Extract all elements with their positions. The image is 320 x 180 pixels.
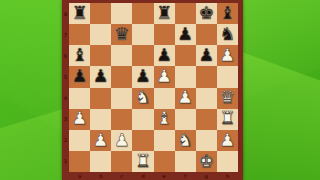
square-h7[interactable]: ♞ <box>217 24 238 45</box>
square-e7[interactable] <box>154 24 175 45</box>
white-pawn-e5[interactable]: ♟ <box>156 68 172 86</box>
white-pawn-a3[interactable]: ♟ <box>72 110 88 128</box>
rank-label-5: 5 <box>62 66 69 87</box>
square-b3[interactable] <box>90 109 111 130</box>
square-a5[interactable]: ♟ <box>69 66 90 87</box>
file-label-c: c <box>111 172 132 180</box>
file-label-d: d <box>132 172 153 180</box>
white-rook-h3[interactable]: ♜ <box>220 110 236 128</box>
square-a8[interactable]: ♜ <box>69 3 90 24</box>
rank-label-7: 7 <box>62 24 69 45</box>
square-g1[interactable]: ♚ <box>196 151 217 172</box>
square-c4[interactable] <box>111 88 132 109</box>
square-b5[interactable]: ♟ <box>90 66 111 87</box>
square-h4[interactable]: ♛ <box>217 88 238 109</box>
file-label-h: h <box>217 172 238 180</box>
square-e6[interactable]: ♟ <box>154 45 175 66</box>
white-king-g1[interactable]: ♚ <box>198 152 214 170</box>
square-c7[interactable]: ♛ <box>111 24 132 45</box>
square-e4[interactable] <box>154 88 175 109</box>
square-e5[interactable]: ♟ <box>154 66 175 87</box>
square-e1[interactable] <box>154 151 175 172</box>
square-b8[interactable] <box>90 3 111 24</box>
square-d8[interactable] <box>132 3 153 24</box>
square-g4[interactable] <box>196 88 217 109</box>
square-g6[interactable]: ♟ <box>196 45 217 66</box>
square-g3[interactable] <box>196 109 217 130</box>
square-g8[interactable]: ♚ <box>196 3 217 24</box>
square-a3[interactable]: ♟ <box>69 109 90 130</box>
square-b1[interactable] <box>90 151 111 172</box>
square-b4[interactable] <box>90 88 111 109</box>
white-rook-d1[interactable]: ♜ <box>135 152 151 170</box>
square-g2[interactable] <box>196 130 217 151</box>
black-pawn-b5[interactable]: ♟ <box>93 68 109 86</box>
file-label-e: e <box>154 172 175 180</box>
file-label-g: g <box>196 172 217 180</box>
square-d5[interactable]: ♟ <box>132 66 153 87</box>
square-f2[interactable]: ♞ <box>175 130 196 151</box>
square-e8[interactable]: ♜ <box>154 3 175 24</box>
file-label-a: a <box>69 172 90 180</box>
black-knight-h7[interactable]: ♞ <box>220 25 236 43</box>
square-c1[interactable] <box>111 151 132 172</box>
black-rook-a8[interactable]: ♜ <box>72 4 88 22</box>
chess-board: ♜♜♚♝♛♟♞♝♟♟♟♟♟♟♟♞♟♛♟♝♜♟♟♞♟♜♚ <box>69 3 238 172</box>
white-knight-d4[interactable]: ♞ <box>135 89 151 107</box>
square-g5[interactable] <box>196 66 217 87</box>
square-d2[interactable] <box>132 130 153 151</box>
square-d3[interactable] <box>132 109 153 130</box>
square-a7[interactable] <box>69 24 90 45</box>
rank-label-2: 2 <box>62 130 69 151</box>
square-b6[interactable] <box>90 45 111 66</box>
white-bishop-e3[interactable]: ♝ <box>156 110 172 128</box>
square-e2[interactable] <box>154 130 175 151</box>
white-pawn-b2[interactable]: ♟ <box>93 131 109 149</box>
square-h1[interactable] <box>217 151 238 172</box>
black-pawn-d5[interactable]: ♟ <box>135 68 151 86</box>
black-queen-c7[interactable]: ♛ <box>114 25 130 43</box>
rank-label-3: 3 <box>62 109 69 130</box>
rank-label-1: 1 <box>62 151 69 172</box>
square-c8[interactable] <box>111 3 132 24</box>
black-pawn-a5[interactable]: ♟ <box>72 68 88 86</box>
black-pawn-e6[interactable]: ♟ <box>156 47 172 65</box>
square-c5[interactable] <box>111 66 132 87</box>
rank-label-8: 8 <box>62 3 69 24</box>
square-d7[interactable] <box>132 24 153 45</box>
square-e3[interactable]: ♝ <box>154 109 175 130</box>
square-b2[interactable]: ♟ <box>90 130 111 151</box>
square-f8[interactable] <box>175 3 196 24</box>
rank-label-4: 4 <box>62 88 69 109</box>
square-f4[interactable]: ♟ <box>175 88 196 109</box>
white-pawn-h2[interactable]: ♟ <box>220 131 236 149</box>
square-c3[interactable] <box>111 109 132 130</box>
black-rook-e8[interactable]: ♜ <box>156 4 172 22</box>
black-bishop-h8[interactable]: ♝ <box>220 4 236 22</box>
square-c6[interactable] <box>111 45 132 66</box>
square-a6[interactable]: ♝ <box>69 45 90 66</box>
square-h8[interactable]: ♝ <box>217 3 238 24</box>
square-a2[interactable] <box>69 130 90 151</box>
square-a4[interactable] <box>69 88 90 109</box>
square-f1[interactable] <box>175 151 196 172</box>
square-d4[interactable]: ♞ <box>132 88 153 109</box>
white-knight-f2[interactable]: ♞ <box>177 131 193 149</box>
file-labels: abcdefgh <box>69 172 238 180</box>
square-f3[interactable] <box>175 109 196 130</box>
thumbnail-scene: 87654321 abcdefgh ♜♜♚♝♛♟♞♝♟♟♟♟♟♟♟♞♟♛♟♝♜♟… <box>0 0 320 180</box>
square-f6[interactable] <box>175 45 196 66</box>
file-label-b: b <box>90 172 111 180</box>
file-label-f: f <box>175 172 196 180</box>
square-f7[interactable]: ♟ <box>175 24 196 45</box>
square-h2[interactable]: ♟ <box>217 130 238 151</box>
white-pawn-h6[interactable]: ♟ <box>220 47 236 65</box>
white-queen-h4[interactable]: ♛ <box>220 89 236 107</box>
square-h3[interactable]: ♜ <box>217 109 238 130</box>
white-pawn-f4[interactable]: ♟ <box>177 89 193 107</box>
square-b7[interactable] <box>90 24 111 45</box>
square-f5[interactable] <box>175 66 196 87</box>
square-g7[interactable] <box>196 24 217 45</box>
square-a1[interactable] <box>69 151 90 172</box>
chess-board-frame: 87654321 abcdefgh ♜♜♚♝♛♟♞♝♟♟♟♟♟♟♟♞♟♛♟♝♜♟… <box>62 0 243 180</box>
black-king-g8[interactable]: ♚ <box>198 4 214 22</box>
square-h6[interactable]: ♟ <box>217 45 238 66</box>
square-d6[interactable] <box>132 45 153 66</box>
rank-labels: 87654321 <box>62 3 69 172</box>
white-pawn-c2[interactable]: ♟ <box>114 131 130 149</box>
black-pawn-f7[interactable]: ♟ <box>177 25 193 43</box>
black-pawn-g6[interactable]: ♟ <box>198 47 214 65</box>
rank-label-6: 6 <box>62 45 69 66</box>
square-h5[interactable] <box>217 66 238 87</box>
square-d1[interactable]: ♜ <box>132 151 153 172</box>
black-bishop-a6[interactable]: ♝ <box>72 47 88 65</box>
square-c2[interactable]: ♟ <box>111 130 132 151</box>
